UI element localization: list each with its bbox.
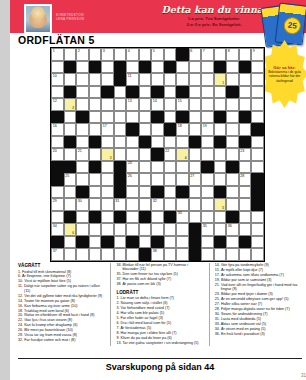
grid-cell[interactable] [189,186,202,199]
grid-cell[interactable] [226,111,239,124]
cell-number: 29 [53,199,57,203]
grid-cell[interactable] [139,111,152,124]
black-cell [126,123,139,136]
grid-cell[interactable] [226,236,239,249]
grid-cell[interactable] [101,186,114,199]
grid-cell[interactable] [64,248,77,261]
grid-cell[interactable] [251,148,264,161]
grid-cell[interactable] [89,186,102,199]
clue-item: 11. Dåligt när surpotten sätter sig på t… [18,284,105,293]
grid-cell[interactable] [251,223,264,236]
grid-cell[interactable] [226,98,239,111]
prize-line2: 2:a–3:e pris: En Sverigelott. [160,22,268,27]
grid-cell[interactable]: 32 [151,198,164,211]
grid-cell[interactable] [239,198,252,211]
grid-cell[interactable] [214,98,227,111]
constructor-photo [24,4,52,34]
grid-cell[interactable] [214,223,227,236]
grid-cell[interactable] [226,198,239,211]
grid-cell[interactable] [76,136,89,149]
black-cell [239,136,252,149]
grid-cell[interactable]: 34 [51,223,64,236]
grid-cell[interactable] [189,198,202,211]
grid-cell[interactable] [101,136,114,149]
grid-cell[interactable] [201,198,214,211]
clue-item: 26. Blir mest på favoritskivan (10) [18,328,105,332]
grid-cell[interactable] [64,236,77,249]
grid-cell[interactable]: 9 [251,48,264,61]
competition-cell[interactable]: 4 [176,148,189,161]
clue-item: 35. Den som finner tar två stycken (5) [116,272,203,276]
grid-cell[interactable] [201,111,214,124]
grid-cell[interactable] [64,111,77,124]
grid-cell[interactable] [101,98,114,111]
clue-item: 12. Vet det vid gyllene tider med rika f… [18,294,105,298]
grid-cell[interactable]: 1 [51,48,64,61]
grid-cell[interactable]: 30 [76,198,89,211]
grid-cell[interactable] [64,198,77,211]
grid-cell[interactable] [89,236,102,249]
grid-cell[interactable] [126,223,139,236]
grid-cell[interactable] [89,173,102,186]
grid-cell[interactable]: 37 [51,248,64,261]
cell-number: 10 [53,74,57,78]
cell-number: 14 [153,99,157,103]
grid-cell[interactable] [126,248,139,261]
grid-cell[interactable] [201,98,214,111]
grid-cell[interactable] [76,173,89,186]
grid-cell[interactable] [64,186,77,199]
black-cell [114,211,127,224]
grid-cell[interactable] [214,86,227,99]
grid-cell[interactable] [51,86,64,99]
clues-section: VÅGRÄTT 1. Fodral till mitt skrivmateria… [18,263,306,346]
clues-column-1: VÅGRÄTT 1. Fodral till mitt skrivmateria… [18,263,105,346]
grid-cell[interactable] [164,111,177,124]
grid-cell[interactable] [101,173,114,186]
grid-cell[interactable] [126,186,139,199]
black-cell [114,161,127,174]
clue-item: 9. Kliver du på vad du lever på (6) [116,336,203,340]
grid-cell[interactable] [114,223,127,236]
grid-cell[interactable] [164,198,177,211]
cell-number: 5 [153,49,155,53]
grid-cell[interactable] [189,73,202,86]
clue-item: 1. Lär man se dofta i finare hem (7) [116,296,203,300]
black-cell [189,223,202,236]
grid-cell[interactable]: 3 [101,48,114,61]
grid-cell[interactable] [89,111,102,124]
grid-cell[interactable] [89,48,102,61]
cell-number: 30 [78,199,82,203]
grid-cell[interactable]: 19 [201,123,214,136]
grid-cell[interactable] [139,86,152,99]
grid-cell[interactable] [89,198,102,211]
grid-cell[interactable] [214,161,227,174]
clue-item: 10. Visst är mjölken bäst före (5) [18,279,105,283]
grid-cell[interactable] [101,111,114,124]
grid-cell[interactable] [189,123,202,136]
grid-cell[interactable] [114,111,127,124]
grid-cell[interactable] [51,136,64,149]
grid-cell[interactable] [239,86,252,99]
grid-cell[interactable] [189,98,202,111]
grid-cell[interactable] [239,48,252,61]
grid-cell[interactable] [226,123,239,136]
grid-cell[interactable] [226,136,239,149]
grid-cell[interactable] [164,48,177,61]
down-clues-part1: 1. Lär man se dofta i finare hem (7)2. S… [116,296,203,345]
grid-cell[interactable]: 7 [201,48,214,61]
grid-cell[interactable] [201,73,214,86]
cell-number: 12 [53,99,57,103]
black-cell [101,236,114,249]
grid-cell[interactable]: 31 [114,198,127,211]
cell-number: 26 [128,174,132,178]
grid-cell[interactable] [101,211,114,224]
grid-cell[interactable] [51,61,64,74]
grid-cell[interactable] [226,186,239,199]
grid-cell[interactable]: 12 [51,98,64,111]
grid-cell[interactable]: 22 [164,148,177,161]
black-cell [214,136,227,149]
clue-item: 25. Är en omstridd utbrytare som ger upp… [215,297,306,301]
grid-cell[interactable] [114,98,127,111]
grid-cell[interactable] [89,248,102,261]
grid-cell[interactable] [226,248,239,261]
grid-cell[interactable] [201,248,214,261]
black-cell [251,186,264,199]
competition-cell[interactable]: 2 [64,98,77,111]
grid-cell[interactable] [64,73,77,86]
grid-cell[interactable]: 14 [151,98,164,111]
grid-cell[interactable] [76,248,89,261]
grid-cell[interactable] [164,136,177,149]
competition-order: 2 [72,106,74,110]
grid-cell[interactable]: 26 [126,173,139,186]
grid-cell[interactable]: 33 [176,211,189,224]
grid-cell[interactable]: 21 [76,148,89,161]
grid-cell[interactable] [151,123,164,136]
grid-cell[interactable] [176,161,189,174]
cell-number: 6 [190,49,192,53]
black-cell [139,61,152,74]
grid-cell[interactable] [239,73,252,86]
grid-cell[interactable] [151,223,164,236]
grid-cell[interactable]: 10 [51,73,64,86]
grid-cell[interactable] [139,48,152,61]
grid-cell[interactable] [139,186,152,199]
grid-cell[interactable] [139,123,152,136]
grid-cell[interactable] [89,86,102,99]
grid-cell[interactable] [89,98,102,111]
competition-cell[interactable]: 3 [101,148,114,161]
clue-item: 29. Vissa tar sig fram med vassa (8) [18,333,105,337]
competition-cell[interactable]: 6 [64,223,77,236]
grid-cell[interactable] [201,186,214,199]
black-cell [151,236,164,249]
grid-cell[interactable] [239,98,252,111]
grid-cell[interactable] [176,236,189,249]
clue-item: 18. Trädslag med som koral (6) [18,309,105,313]
grid-cell[interactable] [139,148,152,161]
grid-cell[interactable] [76,123,89,136]
grid-cell[interactable] [201,86,214,99]
prize-line1: 1:a pris: Två Sverigelotter. [160,16,268,21]
grid-cell[interactable]: 8 [226,48,239,61]
black-cell [151,111,164,124]
grid-cell[interactable] [201,211,214,224]
grid-cell[interactable]: 16 [51,123,64,136]
grid-cell[interactable]: 2 [76,48,89,61]
grid-cell[interactable] [164,173,177,186]
black-cell [89,136,102,149]
grid-cell[interactable]: 23 [239,148,252,161]
black-cell [76,236,89,249]
grid-cell[interactable] [214,48,227,61]
cell-number: 16 [53,124,57,128]
grid-cell[interactable] [114,148,127,161]
grid-cell[interactable] [176,248,189,261]
grid-cell[interactable] [164,73,177,86]
crossword-grid[interactable]: 1234567891011112213141516171819202132242… [50,47,265,262]
black-cell [114,173,127,186]
grid-cell[interactable] [176,198,189,211]
grid-cell[interactable] [164,161,177,174]
grid-cell[interactable]: 11 [126,73,139,86]
black-cell [64,161,77,174]
grid-cell[interactable] [89,148,102,161]
cell-number: 17 [103,124,107,128]
across-header: VÅGRÄTT [18,263,105,268]
grid-cell[interactable] [201,136,214,149]
grid-cell[interactable] [126,136,139,149]
grid-cell[interactable]: 38 [151,248,164,261]
grid-cell[interactable] [251,73,264,86]
grid-cell[interactable] [176,136,189,149]
grid-cell[interactable]: 4 [126,48,139,61]
grid-cell[interactable] [64,148,77,161]
grid-cell[interactable] [114,236,127,249]
black-cell [76,186,89,199]
cell-number: 27 [190,174,194,178]
grid-cell[interactable] [176,73,189,86]
black-cell [239,61,252,74]
grid-cell[interactable] [164,86,177,99]
prize-headline: Detta kan du vinna: [160,4,268,15]
grid-cell[interactable] [89,123,102,136]
grid-cell[interactable] [151,161,164,174]
down-header: LODRÄTT [116,290,203,295]
grid-cell[interactable] [89,73,102,86]
competition-cell[interactable]: 1 [214,73,227,86]
grid-cell[interactable] [201,148,214,161]
grid-cell[interactable] [164,236,177,249]
grid-cell[interactable] [151,211,164,224]
grid-cell[interactable] [139,223,152,236]
cell-number: 4 [128,49,130,53]
grid-cell[interactable] [189,111,202,124]
grid-cell[interactable] [201,236,214,249]
grid-cell[interactable] [76,211,89,224]
grid-cell[interactable] [189,148,202,161]
black-cell [151,186,164,199]
grid-cell[interactable] [251,161,264,174]
grid-cell[interactable] [139,73,152,86]
grid-cell[interactable] [151,61,164,74]
grid-cell[interactable] [226,173,239,186]
grid-cell[interactable] [251,61,264,74]
cell-number: 38 [153,249,157,253]
grid-cell[interactable] [226,73,239,86]
competition-cell[interactable]: 5 [214,198,227,211]
grid-cell[interactable] [176,173,189,186]
grid-cell[interactable] [164,98,177,111]
grid-cell[interactable] [226,61,239,74]
grid-cell[interactable] [101,198,114,211]
grid-cell[interactable] [226,148,239,161]
grid-cell[interactable] [76,61,89,74]
grid-cell[interactable] [101,73,114,86]
grid-cell[interactable] [164,223,177,236]
grid-cell[interactable] [201,173,214,186]
grid-cell[interactable] [139,173,152,186]
grid-cell[interactable] [114,86,127,99]
grid-cell[interactable] [239,211,252,224]
cell-number: 15 [178,99,182,103]
grid-cell[interactable]: 28 [239,173,252,186]
grid-cell[interactable]: 18 [176,123,189,136]
grid-cell[interactable]: 29 [51,198,64,211]
grid-cell[interactable] [76,73,89,86]
grid-cell[interactable] [189,86,202,99]
cell-number: 34 [53,224,57,228]
grid-cell[interactable] [101,161,114,174]
grid-cell[interactable] [139,98,152,111]
grid-cell[interactable] [251,98,264,111]
black-cell [51,161,64,174]
grid-cell[interactable] [64,123,77,136]
grid-cell[interactable] [139,161,152,174]
grid-cell[interactable] [126,111,139,124]
grid-cell[interactable]: 27 [189,173,202,186]
grid-cell[interactable] [239,248,252,261]
black-cell [64,211,77,224]
grid-cell[interactable] [251,86,264,99]
grid-cell[interactable] [189,211,202,224]
grid-cell[interactable] [189,61,202,74]
clue-item: 16. Kan förbarma sig över arme (10) [18,304,105,308]
grid-cell[interactable] [214,173,227,186]
grid-cell[interactable] [151,173,164,186]
clue-item: 24. Kan få kramp efter dragkamp (6) [18,323,105,327]
grid-cell[interactable] [139,198,152,211]
grid-cell[interactable] [114,48,127,61]
grid-cell[interactable]: 25 [64,173,77,186]
grid-cell[interactable]: 20 [51,148,64,161]
grid-cell[interactable] [239,186,252,199]
grid-cell[interactable] [89,223,102,236]
grid-cell[interactable] [76,98,89,111]
grid-cell[interactable] [51,186,64,199]
grid-cell[interactable] [251,248,264,261]
answer-coupon-note: Svarskupong på sidan 44 [18,358,302,372]
grid-cell[interactable] [214,148,227,161]
grid-cell[interactable] [201,61,214,74]
grid-cell[interactable] [126,211,139,224]
grid-cell[interactable] [251,211,264,224]
grid-cell[interactable] [114,123,127,136]
grid-cell[interactable] [164,248,177,261]
grid-cell[interactable] [214,248,227,261]
grid-cell[interactable] [239,223,252,236]
grid-cell[interactable] [214,123,227,136]
black-cell [176,186,189,199]
grid-cell[interactable] [214,211,227,224]
grid-cell[interactable] [101,223,114,236]
black-cell [114,61,127,74]
grid-cell[interactable]: 24 [126,161,139,174]
black-cell [189,136,202,149]
grid-cell[interactable] [126,148,139,161]
grid-cell[interactable]: 17 [101,123,114,136]
grid-cell[interactable] [76,223,89,236]
black-cell [51,173,64,186]
grid-cell[interactable] [239,123,252,136]
across-clues-part1: 1. Fodral till mitt skrivmaterial (8)6. … [18,270,105,343]
grid-cell[interactable] [51,211,64,224]
grid-cell[interactable] [76,86,89,99]
page-number: 31 [301,373,306,378]
grid-cell[interactable] [126,198,139,211]
grid-cell[interactable] [101,248,114,261]
grid-cell[interactable] [251,111,264,124]
clue-item: 31. Lasta med skutbörda (5) [215,317,306,321]
grid-cell[interactable] [189,161,202,174]
clue-item: 13. Tar inte galna sångtexter i sin ordv… [116,341,203,345]
grid-cell[interactable]: 36 [226,223,239,236]
grid-cell[interactable] [126,61,139,74]
grid-cell[interactable]: 13 [126,98,139,111]
clues-column-2: 34. Blinkar till när fel person på TV ha… [110,263,203,346]
black-cell [139,136,152,149]
grid-cell[interactable]: 5 [151,48,164,61]
clue-item: 27. Håller olika sorter isär (7) [215,302,306,306]
grid-cell[interactable] [151,73,164,86]
grid-cell[interactable] [251,236,264,249]
grid-cell[interactable] [64,48,77,61]
grid-cell[interactable] [164,186,177,199]
grid-cell[interactable] [114,136,127,149]
grid-cell[interactable] [101,61,114,74]
grid-cell[interactable] [151,136,164,149]
grid-cell[interactable]: 15 [176,98,189,111]
grid-cell[interactable] [114,248,127,261]
grid-cell[interactable] [176,223,189,236]
black-cell [89,211,102,224]
grid-cell[interactable] [176,61,189,74]
grid-cell[interactable] [239,161,252,174]
grid-cell[interactable]: 6 [189,48,202,61]
cell-number: 32 [153,199,157,203]
black-cell [164,123,177,136]
grid-cell[interactable] [76,161,89,174]
clue-item: 14. Gör fyra på tandemcykeln (9) [215,263,306,267]
grid-cell[interactable]: 35 [201,223,214,236]
grid-cell[interactable] [251,136,264,149]
grid-cell[interactable] [139,236,152,249]
clues-column-3: 14. Gör fyra på tandemcykeln (9)15. Är m… [209,263,306,346]
